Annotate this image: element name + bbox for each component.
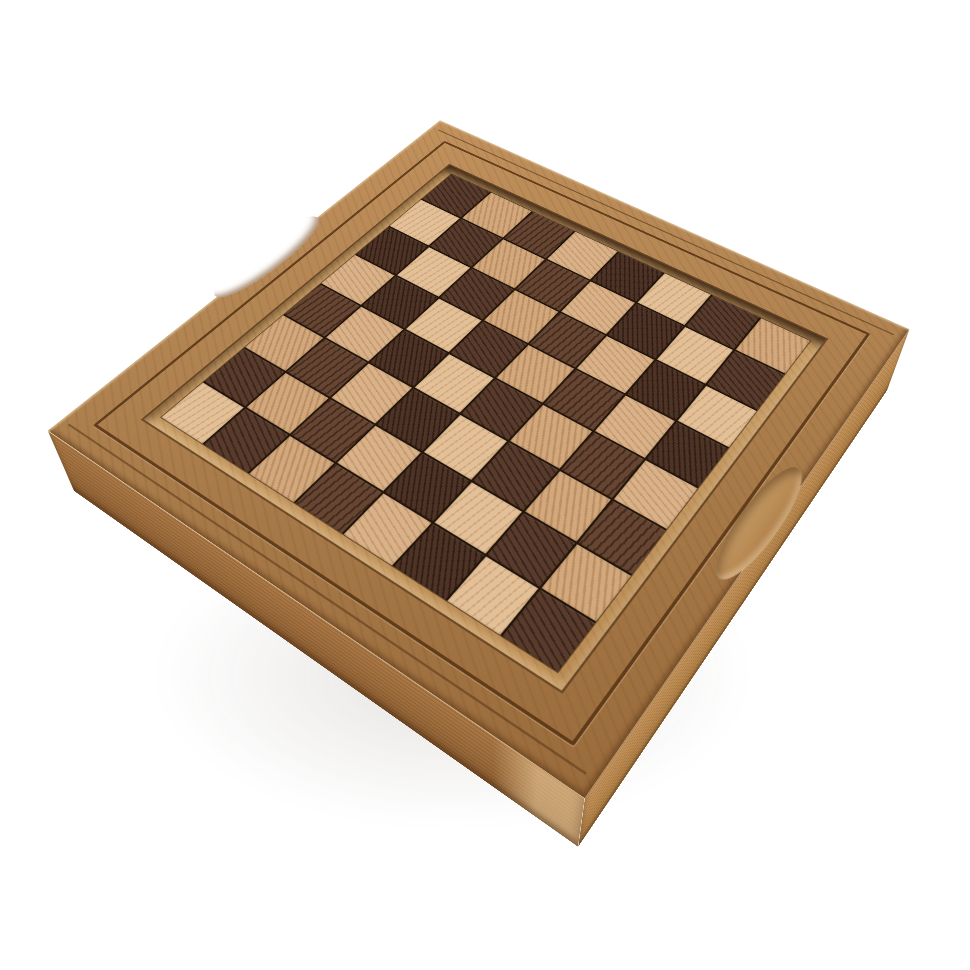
board-square [291,398,374,461]
board-square [161,382,244,443]
board-square [377,389,459,451]
board-square [646,422,728,487]
board-square [474,442,558,509]
board-square [678,385,757,447]
board-square [510,405,592,469]
board-square [295,464,382,533]
photo-scene [0,0,970,970]
board-square [487,512,575,586]
board-square [525,471,611,541]
board-square [394,524,484,600]
board-square [204,408,288,472]
board-square [594,395,674,458]
board-square [247,373,328,434]
board-square [385,453,470,521]
board-square [561,432,644,498]
chess-box [48,120,910,798]
board-square [541,544,631,622]
lid-track-groove-near [68,424,587,775]
board-square [435,482,522,553]
board-square [447,556,538,635]
board-square [544,370,623,430]
board-square [502,589,595,672]
board-square [344,493,432,565]
board-square [613,460,697,529]
board-square [249,436,334,503]
board-square [424,415,507,480]
product-photo [0,0,970,970]
board-square [461,379,541,440]
box-lid-top [48,120,910,798]
board-square [337,425,421,491]
board-square [578,501,665,574]
